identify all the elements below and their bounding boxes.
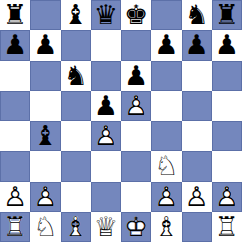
square-g6[interactable]: [182, 61, 212, 91]
piece-white-knight[interactable]: ♞♘: [30, 212, 60, 242]
square-a5[interactable]: [0, 91, 30, 121]
square-a8[interactable]: ♜: [0, 0, 30, 30]
square-b5[interactable]: [30, 91, 60, 121]
square-d6[interactable]: [91, 61, 121, 91]
piece-black-rook[interactable]: ♜: [212, 0, 242, 30]
square-h8[interactable]: ♜: [212, 0, 242, 30]
chess-board-container: ♜♝♛♚♞♜♟♟♟♟♟♞♟♟♟♙♝♟♙♞♘♟♙♟♙♟♙♟♙♟♙♜♖♞♘♝♗♛♕♚…: [0, 0, 242, 242]
square-e8[interactable]: ♚: [121, 0, 151, 30]
square-c2[interactable]: [61, 182, 91, 212]
piece-white-rook[interactable]: ♜♖: [0, 212, 30, 242]
square-d5[interactable]: ♟: [91, 91, 121, 121]
piece-black-pawn[interactable]: ♟: [212, 30, 242, 60]
square-b2[interactable]: ♟♙: [30, 182, 60, 212]
piece-white-pawn[interactable]: ♟♙: [151, 182, 181, 212]
piece-white-pawn[interactable]: ♟♙: [0, 182, 30, 212]
piece-black-pawn[interactable]: ♟: [182, 30, 212, 60]
square-h1[interactable]: ♜♖: [212, 212, 242, 242]
square-a2[interactable]: ♟♙: [0, 182, 30, 212]
piece-black-bishop[interactable]: ♝: [30, 121, 60, 151]
square-a3[interactable]: [0, 151, 30, 181]
square-g5[interactable]: [182, 91, 212, 121]
square-c8[interactable]: ♝: [61, 0, 91, 30]
chess-board: ♜♝♛♚♞♜♟♟♟♟♟♞♟♟♟♙♝♟♙♞♘♟♙♟♙♟♙♟♙♟♙♜♖♞♘♝♗♛♕♚…: [0, 0, 242, 242]
square-c5[interactable]: [61, 91, 91, 121]
square-h4[interactable]: [212, 121, 242, 151]
square-f7[interactable]: ♟: [151, 30, 181, 60]
square-f4[interactable]: [151, 121, 181, 151]
square-d2[interactable]: [91, 182, 121, 212]
piece-black-pawn[interactable]: ♟: [91, 91, 121, 121]
square-c3[interactable]: [61, 151, 91, 181]
piece-black-pawn[interactable]: ♟: [121, 61, 151, 91]
square-a1[interactable]: ♜♖: [0, 212, 30, 242]
square-d1[interactable]: ♛♕: [91, 212, 121, 242]
square-b1[interactable]: ♞♘: [30, 212, 60, 242]
square-g3[interactable]: [182, 151, 212, 181]
square-g1[interactable]: [182, 212, 212, 242]
square-g4[interactable]: [182, 121, 212, 151]
piece-white-queen[interactable]: ♛♕: [91, 212, 121, 242]
square-c6[interactable]: ♞: [61, 61, 91, 91]
square-e2[interactable]: [121, 182, 151, 212]
square-b8[interactable]: [30, 0, 60, 30]
square-e7[interactable]: [121, 30, 151, 60]
piece-white-pawn[interactable]: ♟♙: [91, 121, 121, 151]
square-h2[interactable]: ♟♙: [212, 182, 242, 212]
square-f6[interactable]: [151, 61, 181, 91]
square-h7[interactable]: ♟: [212, 30, 242, 60]
square-b7[interactable]: ♟: [30, 30, 60, 60]
piece-white-rook[interactable]: ♜♖: [212, 212, 242, 242]
piece-black-knight[interactable]: ♞: [61, 61, 91, 91]
square-a4[interactable]: [0, 121, 30, 151]
square-f1[interactable]: ♝♗: [151, 212, 181, 242]
piece-black-pawn[interactable]: ♟: [0, 30, 30, 60]
square-c1[interactable]: ♝♗: [61, 212, 91, 242]
square-d4[interactable]: ♟♙: [91, 121, 121, 151]
square-f3[interactable]: ♞♘: [151, 151, 181, 181]
square-b6[interactable]: [30, 61, 60, 91]
square-h3[interactable]: [212, 151, 242, 181]
piece-black-queen[interactable]: ♛: [91, 0, 121, 30]
piece-white-pawn[interactable]: ♟♙: [121, 91, 151, 121]
piece-black-pawn[interactable]: ♟: [30, 30, 60, 60]
piece-white-king[interactable]: ♚♔: [121, 212, 151, 242]
square-a7[interactable]: ♟: [0, 30, 30, 60]
square-e3[interactable]: [121, 151, 151, 181]
square-f5[interactable]: [151, 91, 181, 121]
piece-white-pawn[interactable]: ♟♙: [212, 182, 242, 212]
square-g2[interactable]: ♟♙: [182, 182, 212, 212]
square-f2[interactable]: ♟♙: [151, 182, 181, 212]
square-g8[interactable]: ♞: [182, 0, 212, 30]
square-e6[interactable]: ♟: [121, 61, 151, 91]
square-c4[interactable]: [61, 121, 91, 151]
square-e4[interactable]: [121, 121, 151, 151]
piece-black-king[interactable]: ♚: [121, 0, 151, 30]
square-d8[interactable]: ♛: [91, 0, 121, 30]
square-e1[interactable]: ♚♔: [121, 212, 151, 242]
square-a6[interactable]: [0, 61, 30, 91]
piece-white-knight[interactable]: ♞♘: [151, 151, 181, 181]
square-h5[interactable]: [212, 91, 242, 121]
square-d7[interactable]: [91, 30, 121, 60]
piece-white-pawn[interactable]: ♟♙: [182, 182, 212, 212]
piece-black-knight[interactable]: ♞: [182, 0, 212, 30]
piece-black-pawn[interactable]: ♟: [151, 30, 181, 60]
square-d3[interactable]: [91, 151, 121, 181]
piece-black-rook[interactable]: ♜: [0, 0, 30, 30]
square-f8[interactable]: [151, 0, 181, 30]
square-h6[interactable]: [212, 61, 242, 91]
piece-black-bishop[interactable]: ♝: [61, 0, 91, 30]
square-g7[interactable]: ♟: [182, 30, 212, 60]
square-c7[interactable]: [61, 30, 91, 60]
piece-white-pawn[interactable]: ♟♙: [30, 182, 60, 212]
piece-white-bishop[interactable]: ♝♗: [61, 212, 91, 242]
piece-white-bishop[interactable]: ♝♗: [151, 212, 181, 242]
square-e5[interactable]: ♟♙: [121, 91, 151, 121]
square-b3[interactable]: [30, 151, 60, 181]
square-b4[interactable]: ♝: [30, 121, 60, 151]
